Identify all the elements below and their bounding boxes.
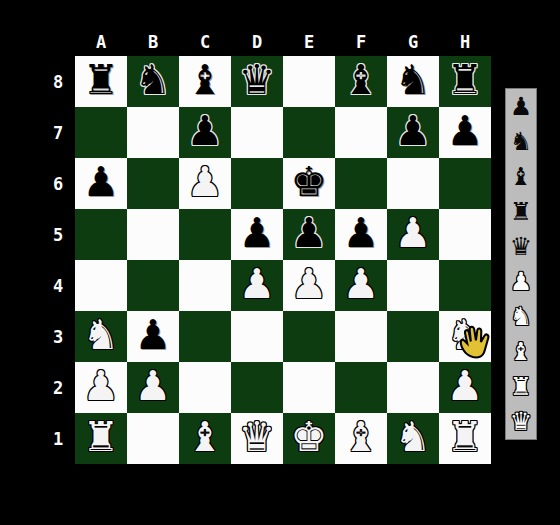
chess-board: ♜♞♝♛♝♞♜♟♟♟♟♟♚♟♟♟♟♟♟♟♞♟♞♟♟♟♜♝♛♚♝♞♜: [75, 56, 491, 464]
board-square[interactable]: ♟: [127, 362, 179, 413]
piece-white-knight[interactable]: ♞: [447, 315, 484, 356]
piece-black-pawn[interactable]: ♟: [291, 213, 328, 254]
board-square[interactable]: ♟: [335, 260, 387, 311]
rank-labels: 87654321: [44, 56, 72, 464]
board-square[interactable]: ♛: [231, 56, 283, 107]
piece-white-pawn[interactable]: ♟: [239, 264, 276, 305]
tray-piece-white-knight[interactable]: ♞: [510, 304, 532, 329]
rank-label: 6: [44, 158, 72, 209]
board-square[interactable]: [283, 107, 335, 158]
file-label: H: [439, 32, 491, 54]
tray-slot[interactable]: ♛: [506, 229, 536, 264]
tray-slot[interactable]: ♝: [506, 159, 536, 194]
tray-piece-black-rook[interactable]: ♜: [510, 199, 532, 224]
board-square[interactable]: ♟: [127, 311, 179, 362]
board-square[interactable]: ♞: [439, 311, 491, 362]
tray-slot[interactable]: ♟: [506, 89, 536, 124]
file-label: B: [127, 32, 179, 54]
board-square[interactable]: ♝: [179, 413, 231, 464]
board-square[interactable]: ♜: [75, 56, 127, 107]
piece-white-queen[interactable]: ♛: [239, 417, 276, 458]
board-square[interactable]: [127, 413, 179, 464]
board-square[interactable]: ♜: [439, 56, 491, 107]
board-square[interactable]: [387, 362, 439, 413]
piece-white-pawn[interactable]: ♟: [187, 162, 224, 203]
tray-piece-black-queen[interactable]: ♛: [510, 234, 532, 259]
piece-black-bishop[interactable]: ♝: [187, 60, 224, 101]
tray-piece-black-pawn[interactable]: ♟: [510, 94, 532, 119]
board-square[interactable]: [335, 362, 387, 413]
tray-piece-white-pawn[interactable]: ♟: [510, 269, 532, 294]
board-square[interactable]: ♟: [387, 209, 439, 260]
tray-piece-white-bishop[interactable]: ♝: [510, 339, 532, 364]
board-square[interactable]: ♚: [283, 158, 335, 209]
board-square[interactable]: [127, 209, 179, 260]
tray-piece-white-rook[interactable]: ♜: [510, 374, 532, 399]
piece-white-knight[interactable]: ♞: [395, 417, 432, 458]
piece-white-pawn[interactable]: ♟: [447, 366, 484, 407]
board-square[interactable]: [231, 362, 283, 413]
board-square[interactable]: [335, 311, 387, 362]
piece-white-pawn[interactable]: ♟: [343, 264, 380, 305]
board-square[interactable]: [231, 311, 283, 362]
file-label: A: [75, 32, 127, 54]
rank-label: 5: [44, 209, 72, 260]
piece-black-pawn[interactable]: ♟: [187, 111, 224, 152]
board-square[interactable]: ♟: [439, 107, 491, 158]
piece-black-knight[interactable]: ♞: [395, 60, 432, 101]
board-square[interactable]: ♟: [75, 362, 127, 413]
piece-black-queen[interactable]: ♛: [239, 60, 276, 101]
board-square[interactable]: ♛: [231, 413, 283, 464]
board-square[interactable]: ♞: [387, 413, 439, 464]
piece-white-pawn[interactable]: ♟: [395, 213, 432, 254]
board-square[interactable]: ♟: [231, 209, 283, 260]
piece-white-knight[interactable]: ♞: [83, 315, 120, 356]
board-square[interactable]: ♟: [179, 107, 231, 158]
board-square[interactable]: [75, 209, 127, 260]
piece-black-bishop[interactable]: ♝: [343, 60, 380, 101]
piece-black-pawn[interactable]: ♟: [447, 111, 484, 152]
board-square[interactable]: [179, 311, 231, 362]
piece-black-pawn[interactable]: ♟: [83, 162, 120, 203]
board-square[interactable]: ♟: [75, 158, 127, 209]
board-square[interactable]: [387, 158, 439, 209]
board-square[interactable]: [335, 107, 387, 158]
piece-black-pawn[interactable]: ♟: [239, 213, 276, 254]
piece-white-king[interactable]: ♚: [291, 417, 328, 458]
board-square[interactable]: [127, 107, 179, 158]
piece-black-knight[interactable]: ♞: [135, 60, 172, 101]
tray-slot[interactable]: ♜: [506, 194, 536, 229]
tray-slot[interactable]: ♛: [506, 404, 536, 439]
tray-slot[interactable]: ♜: [506, 369, 536, 404]
board-square[interactable]: ♟: [179, 158, 231, 209]
board-square[interactable]: ♟: [231, 260, 283, 311]
piece-black-king[interactable]: ♚: [291, 162, 328, 203]
rank-label: 2: [44, 362, 72, 413]
piece-black-rook[interactable]: ♜: [447, 60, 484, 101]
tray-slot[interactable]: ♞: [506, 124, 536, 159]
board-square[interactable]: [335, 158, 387, 209]
board-square[interactable]: [75, 260, 127, 311]
file-label: F: [335, 32, 387, 54]
board-square[interactable]: ♝: [335, 413, 387, 464]
piece-black-pawn[interactable]: ♟: [395, 111, 432, 152]
tray-piece-white-queen[interactable]: ♛: [510, 409, 532, 434]
piece-white-pawn[interactable]: ♟: [135, 366, 172, 407]
piece-black-pawn[interactable]: ♟: [343, 213, 380, 254]
tray-piece-black-bishop[interactable]: ♝: [510, 164, 532, 189]
piece-white-rook[interactable]: ♜: [447, 417, 484, 458]
tray-slot[interactable]: ♝: [506, 334, 536, 369]
board-square[interactable]: ♟: [387, 107, 439, 158]
board-square[interactable]: ♟: [283, 260, 335, 311]
file-labels: ABCDEFGH: [75, 32, 491, 54]
board-square[interactable]: ♚: [283, 413, 335, 464]
board-square[interactable]: ♞: [127, 56, 179, 107]
piece-black-rook[interactable]: ♜: [83, 60, 120, 101]
board-square[interactable]: [439, 209, 491, 260]
rank-label: 4: [44, 260, 72, 311]
board-square[interactable]: [439, 260, 491, 311]
board-square[interactable]: [127, 260, 179, 311]
file-label: E: [283, 32, 335, 54]
board-square[interactable]: ♝: [335, 56, 387, 107]
board-square[interactable]: [387, 260, 439, 311]
rank-label: 7: [44, 107, 72, 158]
board-square[interactable]: [179, 362, 231, 413]
piece-tray: ♟♞♝♜♛♟♞♝♜♛: [505, 88, 537, 440]
board-square[interactable]: [231, 107, 283, 158]
board-square[interactable]: ♜: [439, 413, 491, 464]
rank-label: 8: [44, 56, 72, 107]
board-square[interactable]: [179, 209, 231, 260]
board-square[interactable]: ♜: [75, 413, 127, 464]
file-label: C: [179, 32, 231, 54]
board-square[interactable]: ♝: [179, 56, 231, 107]
board-square[interactable]: [283, 311, 335, 362]
piece-white-pawn[interactable]: ♟: [83, 366, 120, 407]
piece-black-pawn[interactable]: ♟: [135, 315, 172, 356]
tray-slot[interactable]: ♞: [506, 299, 536, 334]
piece-white-pawn[interactable]: ♟: [291, 264, 328, 305]
rank-label: 3: [44, 311, 72, 362]
board-square[interactable]: [127, 158, 179, 209]
piece-white-rook[interactable]: ♜: [83, 417, 120, 458]
rank-label: 1: [44, 413, 72, 464]
tray-slot[interactable]: ♟: [506, 264, 536, 299]
board-square[interactable]: ♞: [387, 56, 439, 107]
board-square[interactable]: ♟: [439, 362, 491, 413]
board-square[interactable]: [179, 260, 231, 311]
tray-piece-black-knight[interactable]: ♞: [510, 129, 532, 154]
board-square[interactable]: [439, 158, 491, 209]
file-label: G: [387, 32, 439, 54]
game-screen: ABCDEFGH 87654321 ♜♞♝♛♝♞♜♟♟♟♟♟♚♟♟♟♟♟♟♟♞♟…: [0, 0, 560, 525]
board-square[interactable]: [231, 158, 283, 209]
piece-white-bishop[interactable]: ♝: [343, 417, 380, 458]
file-label: D: [231, 32, 283, 54]
board-square[interactable]: [283, 362, 335, 413]
piece-white-bishop[interactable]: ♝: [187, 417, 224, 458]
board-square[interactable]: ♞: [75, 311, 127, 362]
board-square[interactable]: [75, 107, 127, 158]
board-square[interactable]: [283, 56, 335, 107]
board-square[interactable]: ♟: [283, 209, 335, 260]
board-square[interactable]: ♟: [335, 209, 387, 260]
board-square[interactable]: [387, 311, 439, 362]
